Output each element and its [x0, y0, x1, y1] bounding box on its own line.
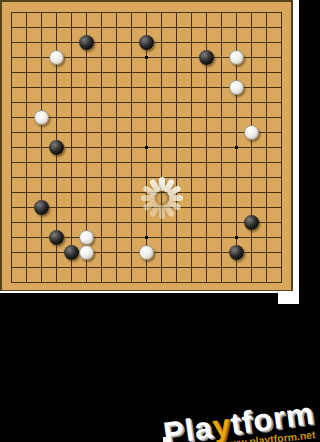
intersection[interactable]: [259, 155, 274, 170]
intersection[interactable]: [64, 95, 79, 110]
intersection[interactable]: [274, 275, 289, 290]
intersection[interactable]: [109, 200, 124, 215]
intersection[interactable]: [154, 125, 169, 140]
intersection[interactable]: [64, 35, 79, 50]
intersection[interactable]: [124, 275, 139, 290]
intersection[interactable]: [64, 20, 79, 35]
intersection[interactable]: [4, 140, 19, 155]
intersection[interactable]: [94, 65, 109, 80]
intersection[interactable]: [259, 140, 274, 155]
intersection[interactable]: [49, 5, 64, 20]
intersection[interactable]: [49, 20, 64, 35]
intersection[interactable]: [64, 140, 79, 155]
intersection[interactable]: [49, 35, 64, 50]
intersection[interactable]: [199, 35, 214, 50]
intersection[interactable]: [79, 65, 94, 80]
intersection[interactable]: [199, 125, 214, 140]
intersection[interactable]: [79, 80, 94, 95]
go-board[interactable]: [0, 0, 293, 292]
intersection[interactable]: [214, 110, 229, 125]
intersection[interactable]: [64, 125, 79, 140]
intersection[interactable]: [244, 5, 259, 20]
intersection[interactable]: [139, 5, 154, 20]
intersection[interactable]: [184, 140, 199, 155]
intersection[interactable]: [229, 200, 244, 215]
intersection[interactable]: [169, 275, 184, 290]
intersection[interactable]: [79, 230, 94, 245]
intersection[interactable]: [19, 80, 34, 95]
intersection[interactable]: [4, 230, 19, 245]
intersection[interactable]: [229, 215, 244, 230]
intersection[interactable]: [34, 20, 49, 35]
intersection[interactable]: [214, 80, 229, 95]
intersection[interactable]: [4, 155, 19, 170]
intersection[interactable]: [34, 110, 49, 125]
intersection[interactable]: [139, 50, 154, 65]
intersection[interactable]: [154, 65, 169, 80]
intersection[interactable]: [4, 170, 19, 185]
intersection[interactable]: [124, 140, 139, 155]
intersection[interactable]: [34, 125, 49, 140]
intersection[interactable]: [94, 200, 109, 215]
intersection[interactable]: [244, 170, 259, 185]
intersection[interactable]: [4, 95, 19, 110]
intersection[interactable]: [79, 125, 94, 140]
intersection[interactable]: [109, 35, 124, 50]
intersection[interactable]: [274, 50, 289, 65]
intersection[interactable]: [259, 80, 274, 95]
intersection[interactable]: [274, 65, 289, 80]
intersection[interactable]: [259, 50, 274, 65]
intersection[interactable]: [259, 110, 274, 125]
intersection[interactable]: [19, 140, 34, 155]
intersection[interactable]: [34, 275, 49, 290]
intersection[interactable]: [274, 155, 289, 170]
intersection[interactable]: [124, 110, 139, 125]
intersection[interactable]: [154, 230, 169, 245]
intersection[interactable]: [259, 35, 274, 50]
intersection[interactable]: [94, 215, 109, 230]
intersection[interactable]: [4, 110, 19, 125]
intersection[interactable]: [19, 5, 34, 20]
intersection[interactable]: [229, 245, 244, 260]
intersection[interactable]: [109, 95, 124, 110]
intersection[interactable]: [274, 20, 289, 35]
intersection[interactable]: [94, 155, 109, 170]
intersection[interactable]: [64, 50, 79, 65]
intersection[interactable]: [199, 245, 214, 260]
intersection[interactable]: [34, 65, 49, 80]
intersection[interactable]: [19, 170, 34, 185]
intersection[interactable]: [79, 275, 94, 290]
intersection[interactable]: [94, 185, 109, 200]
intersection[interactable]: [19, 20, 34, 35]
intersection[interactable]: [274, 215, 289, 230]
intersection[interactable]: [64, 155, 79, 170]
intersection[interactable]: [124, 5, 139, 20]
intersection[interactable]: [124, 155, 139, 170]
intersection[interactable]: [94, 20, 109, 35]
intersection[interactable]: [94, 5, 109, 20]
intersection[interactable]: [184, 245, 199, 260]
intersection[interactable]: [244, 155, 259, 170]
intersection[interactable]: [199, 140, 214, 155]
intersection[interactable]: [34, 95, 49, 110]
intersection[interactable]: [214, 215, 229, 230]
intersection[interactable]: [49, 140, 64, 155]
intersection[interactable]: [169, 260, 184, 275]
intersection[interactable]: [4, 260, 19, 275]
intersection[interactable]: [244, 140, 259, 155]
intersection[interactable]: [124, 185, 139, 200]
intersection[interactable]: [19, 185, 34, 200]
intersection[interactable]: [259, 200, 274, 215]
intersection[interactable]: [199, 20, 214, 35]
intersection[interactable]: [49, 95, 64, 110]
intersection[interactable]: [49, 275, 64, 290]
intersection[interactable]: [199, 200, 214, 215]
intersection[interactable]: [49, 50, 64, 65]
intersection[interactable]: [139, 125, 154, 140]
intersection[interactable]: [244, 50, 259, 65]
intersection[interactable]: [4, 200, 19, 215]
intersection[interactable]: [274, 185, 289, 200]
intersection[interactable]: [94, 80, 109, 95]
intersection[interactable]: [19, 65, 34, 80]
intersection[interactable]: [139, 155, 154, 170]
intersection[interactable]: [64, 260, 79, 275]
intersection[interactable]: [34, 5, 49, 20]
intersection[interactable]: [49, 230, 64, 245]
intersection[interactable]: [154, 260, 169, 275]
intersection[interactable]: [259, 260, 274, 275]
intersection[interactable]: [274, 95, 289, 110]
intersection[interactable]: [64, 245, 79, 260]
intersection[interactable]: [199, 95, 214, 110]
intersection[interactable]: [49, 245, 64, 260]
intersection[interactable]: [244, 20, 259, 35]
intersection[interactable]: [184, 95, 199, 110]
intersection[interactable]: [184, 215, 199, 230]
intersection[interactable]: [109, 65, 124, 80]
intersection[interactable]: [184, 35, 199, 50]
intersection[interactable]: [244, 230, 259, 245]
intersection[interactable]: [274, 140, 289, 155]
intersection[interactable]: [4, 5, 19, 20]
intersection[interactable]: [19, 50, 34, 65]
intersection[interactable]: [109, 170, 124, 185]
intersection[interactable]: [274, 245, 289, 260]
intersection[interactable]: [229, 35, 244, 50]
intersection[interactable]: [229, 5, 244, 20]
intersection[interactable]: [94, 170, 109, 185]
intersection[interactable]: [184, 50, 199, 65]
intersection[interactable]: [199, 155, 214, 170]
intersection[interactable]: [199, 260, 214, 275]
intersection[interactable]: [79, 140, 94, 155]
intersection[interactable]: [244, 275, 259, 290]
intersection[interactable]: [229, 185, 244, 200]
intersection[interactable]: [64, 65, 79, 80]
intersection[interactable]: [79, 5, 94, 20]
intersection[interactable]: [199, 185, 214, 200]
intersection[interactable]: [244, 110, 259, 125]
intersection[interactable]: [169, 230, 184, 245]
intersection[interactable]: [229, 125, 244, 140]
intersection[interactable]: [214, 35, 229, 50]
intersection[interactable]: [229, 50, 244, 65]
intersection[interactable]: [19, 35, 34, 50]
intersection[interactable]: [244, 185, 259, 200]
intersection[interactable]: [124, 230, 139, 245]
intersection[interactable]: [184, 275, 199, 290]
intersection[interactable]: [274, 80, 289, 95]
intersection[interactable]: [199, 5, 214, 20]
intersection[interactable]: [184, 5, 199, 20]
intersection[interactable]: [94, 95, 109, 110]
intersection[interactable]: [169, 20, 184, 35]
intersection[interactable]: [109, 20, 124, 35]
intersection[interactable]: [259, 245, 274, 260]
intersection[interactable]: [214, 20, 229, 35]
intersection[interactable]: [259, 170, 274, 185]
intersection[interactable]: [184, 20, 199, 35]
intersection[interactable]: [154, 110, 169, 125]
intersection[interactable]: [79, 110, 94, 125]
intersection[interactable]: [94, 230, 109, 245]
intersection[interactable]: [184, 200, 199, 215]
intersection[interactable]: [124, 20, 139, 35]
intersection[interactable]: [124, 35, 139, 50]
intersection[interactable]: [199, 50, 214, 65]
intersection[interactable]: [169, 35, 184, 50]
intersection[interactable]: [184, 155, 199, 170]
intersection[interactable]: [79, 185, 94, 200]
intersection[interactable]: [199, 215, 214, 230]
intersection[interactable]: [244, 125, 259, 140]
intersection[interactable]: [94, 260, 109, 275]
intersection[interactable]: [79, 35, 94, 50]
intersection[interactable]: [274, 35, 289, 50]
intersection[interactable]: [214, 5, 229, 20]
intersection[interactable]: [64, 5, 79, 20]
intersection[interactable]: [214, 245, 229, 260]
intersection[interactable]: [154, 50, 169, 65]
intersection[interactable]: [64, 170, 79, 185]
intersection[interactable]: [94, 110, 109, 125]
intersection[interactable]: [34, 35, 49, 50]
intersection[interactable]: [34, 230, 49, 245]
intersection[interactable]: [79, 20, 94, 35]
intersection[interactable]: [49, 200, 64, 215]
intersection[interactable]: [19, 110, 34, 125]
intersection[interactable]: [169, 140, 184, 155]
intersection[interactable]: [34, 50, 49, 65]
intersection[interactable]: [154, 140, 169, 155]
intersection[interactable]: [139, 140, 154, 155]
intersection[interactable]: [244, 80, 259, 95]
intersection[interactable]: [4, 245, 19, 260]
intersection[interactable]: [244, 95, 259, 110]
intersection[interactable]: [154, 95, 169, 110]
intersection[interactable]: [19, 260, 34, 275]
intersection[interactable]: [49, 110, 64, 125]
intersection[interactable]: [109, 140, 124, 155]
intersection[interactable]: [259, 5, 274, 20]
intersection[interactable]: [214, 185, 229, 200]
intersection[interactable]: [109, 230, 124, 245]
intersection[interactable]: [94, 125, 109, 140]
intersection[interactable]: [109, 155, 124, 170]
intersection[interactable]: [199, 65, 214, 80]
intersection[interactable]: [259, 20, 274, 35]
intersection[interactable]: [64, 200, 79, 215]
intersection[interactable]: [169, 80, 184, 95]
intersection[interactable]: [49, 65, 64, 80]
intersection[interactable]: [109, 245, 124, 260]
intersection[interactable]: [214, 200, 229, 215]
intersection[interactable]: [124, 65, 139, 80]
intersection[interactable]: [124, 245, 139, 260]
intersection[interactable]: [169, 245, 184, 260]
intersection[interactable]: [64, 230, 79, 245]
intersection[interactable]: [199, 230, 214, 245]
intersection[interactable]: [34, 215, 49, 230]
intersection[interactable]: [214, 230, 229, 245]
intersection[interactable]: [259, 275, 274, 290]
intersection[interactable]: [124, 125, 139, 140]
intersection[interactable]: [49, 80, 64, 95]
intersection[interactable]: [19, 125, 34, 140]
intersection[interactable]: [259, 65, 274, 80]
intersection[interactable]: [64, 110, 79, 125]
intersection[interactable]: [19, 95, 34, 110]
intersection[interactable]: [244, 200, 259, 215]
intersection[interactable]: [229, 230, 244, 245]
intersection[interactable]: [94, 140, 109, 155]
intersection[interactable]: [19, 215, 34, 230]
intersection[interactable]: [79, 215, 94, 230]
intersection[interactable]: [214, 125, 229, 140]
intersection[interactable]: [94, 275, 109, 290]
intersection[interactable]: [229, 20, 244, 35]
intersection[interactable]: [109, 80, 124, 95]
intersection[interactable]: [139, 245, 154, 260]
intersection[interactable]: [4, 20, 19, 35]
intersection[interactable]: [139, 35, 154, 50]
intersection[interactable]: [244, 35, 259, 50]
intersection[interactable]: [79, 245, 94, 260]
intersection[interactable]: [64, 275, 79, 290]
intersection[interactable]: [139, 110, 154, 125]
intersection[interactable]: [274, 110, 289, 125]
intersection[interactable]: [34, 260, 49, 275]
intersection[interactable]: [49, 185, 64, 200]
intersection[interactable]: [199, 275, 214, 290]
intersection[interactable]: [169, 5, 184, 20]
intersection[interactable]: [214, 155, 229, 170]
intersection[interactable]: [139, 230, 154, 245]
intersection[interactable]: [259, 125, 274, 140]
intersection[interactable]: [139, 65, 154, 80]
intersection[interactable]: [154, 20, 169, 35]
intersection[interactable]: [124, 50, 139, 65]
intersection[interactable]: [229, 260, 244, 275]
intersection[interactable]: [49, 260, 64, 275]
intersection[interactable]: [19, 200, 34, 215]
intersection[interactable]: [154, 245, 169, 260]
intersection[interactable]: [109, 215, 124, 230]
intersection[interactable]: [19, 155, 34, 170]
intersection[interactable]: [244, 245, 259, 260]
intersection[interactable]: [229, 275, 244, 290]
intersection[interactable]: [124, 260, 139, 275]
intersection[interactable]: [154, 155, 169, 170]
intersection[interactable]: [274, 125, 289, 140]
intersection[interactable]: [199, 170, 214, 185]
intersection[interactable]: [184, 230, 199, 245]
intersection[interactable]: [4, 215, 19, 230]
intersection[interactable]: [184, 80, 199, 95]
intersection[interactable]: [34, 80, 49, 95]
intersection[interactable]: [154, 275, 169, 290]
intersection[interactable]: [184, 65, 199, 80]
intersection[interactable]: [274, 230, 289, 245]
intersection[interactable]: [124, 200, 139, 215]
intersection[interactable]: [139, 275, 154, 290]
intersection[interactable]: [4, 125, 19, 140]
intersection[interactable]: [4, 80, 19, 95]
intersection[interactable]: [64, 215, 79, 230]
intersection[interactable]: [154, 5, 169, 20]
intersection[interactable]: [19, 275, 34, 290]
intersection[interactable]: [34, 200, 49, 215]
intersection[interactable]: [229, 140, 244, 155]
intersection[interactable]: [214, 140, 229, 155]
intersection[interactable]: [274, 260, 289, 275]
intersection[interactable]: [259, 215, 274, 230]
intersection[interactable]: [79, 200, 94, 215]
intersection[interactable]: [49, 170, 64, 185]
intersection[interactable]: [184, 260, 199, 275]
intersection[interactable]: [124, 170, 139, 185]
intersection[interactable]: [229, 95, 244, 110]
intersection[interactable]: [274, 170, 289, 185]
intersection[interactable]: [259, 185, 274, 200]
intersection[interactable]: [154, 35, 169, 50]
intersection[interactable]: [4, 50, 19, 65]
intersection[interactable]: [109, 125, 124, 140]
intersection[interactable]: [274, 200, 289, 215]
intersection[interactable]: [244, 260, 259, 275]
intersection[interactable]: [19, 245, 34, 260]
intersection[interactable]: [64, 185, 79, 200]
intersection[interactable]: [169, 110, 184, 125]
intersection[interactable]: [19, 230, 34, 245]
intersection[interactable]: [4, 65, 19, 80]
intersection[interactable]: [169, 50, 184, 65]
intersection[interactable]: [259, 95, 274, 110]
intersection[interactable]: [229, 65, 244, 80]
intersection[interactable]: [94, 35, 109, 50]
intersection[interactable]: [109, 260, 124, 275]
intersection[interactable]: [94, 245, 109, 260]
intersection[interactable]: [139, 260, 154, 275]
intersection[interactable]: [109, 185, 124, 200]
intersection[interactable]: [124, 80, 139, 95]
intersection[interactable]: [79, 170, 94, 185]
intersection[interactable]: [4, 35, 19, 50]
